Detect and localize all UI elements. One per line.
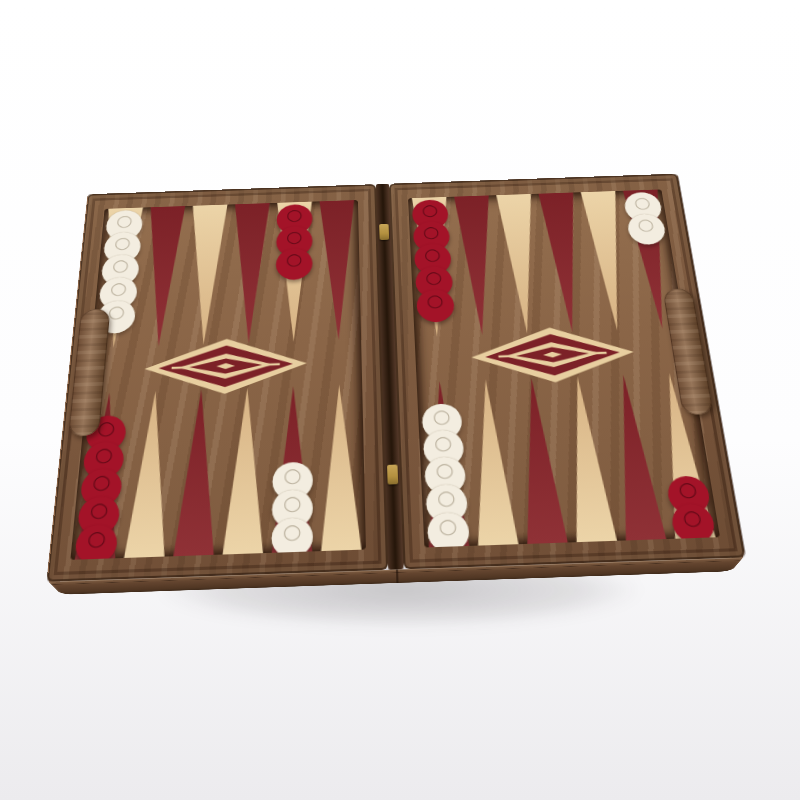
- point-4[interactable]: [508, 377, 572, 544]
- point-17[interactable]: ●○●○●○: [271, 201, 316, 342]
- board-right-half: ●○●○●○●○●○ ●○●○: [389, 174, 745, 570]
- checker-red[interactable]: ●○: [80, 442, 128, 471]
- point-18[interactable]: [316, 200, 361, 341]
- checker-ring: ○: [286, 251, 303, 268]
- checker-white[interactable]: ●○: [269, 463, 315, 492]
- checker-ring: ○: [89, 500, 109, 521]
- hinge-icon: [379, 224, 389, 240]
- backgammon-case: ●○●○●○●○●○ ●○●○●○: [46, 174, 745, 582]
- checker-stack-17: ●○●○●○: [271, 201, 316, 342]
- checker-stack-5: [463, 379, 523, 546]
- checker-stack-4: [508, 377, 572, 544]
- point-7[interactable]: [316, 384, 366, 551]
- checker-stack-15: [181, 204, 231, 345]
- point-triangle: [267, 385, 316, 553]
- checker-stack-12: ●○●○●○●○●○: [70, 392, 132, 560]
- scene-tilt: ●○●○●○●○●○ ●○●○●○: [0, 0, 800, 800]
- checker-ring: ○: [86, 528, 107, 549]
- point-12[interactable]: ●○●○●○●○●○: [70, 392, 132, 560]
- point-triangle: [554, 375, 621, 542]
- checker-red[interactable]: ●○: [667, 504, 718, 534]
- point-triangle: [417, 380, 474, 547]
- point-triangle: [316, 384, 366, 551]
- board-top: ●○●○●○●○●○ ●○●○●○: [46, 174, 745, 582]
- checker-red[interactable]: ●○: [75, 497, 124, 527]
- left-bottom-points: ●○●○●○●○●○ ●○●○●○: [70, 384, 366, 560]
- point-triangle: [120, 390, 179, 558]
- checker-ring: ○: [97, 418, 117, 437]
- checker-red[interactable]: ●○: [273, 249, 315, 273]
- left-field: ●○●○●○●○●○ ●○●○●○: [70, 200, 366, 560]
- checker-white[interactable]: ●○: [420, 430, 467, 458]
- point-10[interactable]: [169, 389, 224, 557]
- checker-red[interactable]: ●○: [77, 469, 125, 498]
- checker-stack-7: [316, 384, 366, 551]
- right-top-points: ●○●○●○●○●○ ●○●○: [408, 189, 685, 337]
- checker-ring: ○: [283, 493, 302, 514]
- point-3[interactable]: [554, 375, 621, 542]
- checker-ring: ○: [283, 465, 301, 485]
- checker-red[interactable]: ●○: [413, 290, 457, 315]
- checker-stack-2: [600, 374, 670, 541]
- checker-stack-9: [218, 387, 270, 555]
- right-bottom-points: ●○●○●○●○●○ ●○●○: [417, 372, 720, 547]
- checker-ring: ○: [438, 516, 458, 537]
- checker-ring: ○: [432, 407, 451, 426]
- checker-white[interactable]: ●○: [423, 485, 471, 515]
- point-9[interactable]: [218, 387, 270, 555]
- checker-white[interactable]: ●○: [624, 214, 669, 238]
- point-8[interactable]: ●○●○●○: [267, 385, 316, 553]
- point-1[interactable]: ●○●○: [646, 372, 720, 539]
- point-6[interactable]: ●○●○●○●○●○: [417, 380, 474, 547]
- point-triangle: [646, 372, 720, 539]
- point-triangle: [169, 389, 224, 557]
- case-half-seam: [396, 570, 399, 584]
- checker-ring: ○: [92, 472, 112, 492]
- checker-stack-18: [316, 200, 361, 341]
- point-2[interactable]: [600, 374, 670, 541]
- checker-white[interactable]: ●○: [268, 518, 315, 549]
- right-field: ●○●○●○●○●○ ●○●○: [408, 189, 720, 547]
- checker-ring: ○: [435, 460, 454, 480]
- checker-stack-6: ●○●○●○●○●○: [417, 380, 474, 547]
- checker-red[interactable]: ●○: [72, 525, 121, 556]
- diamond-inlay-motif: [466, 322, 640, 388]
- checker-ring: ○: [677, 479, 699, 500]
- point-triangle: [70, 392, 132, 560]
- checker-white[interactable]: ●○: [269, 490, 316, 520]
- checker-stack-10: [169, 389, 224, 557]
- diamond-inlay-motif: [139, 333, 309, 400]
- checker-ring: ○: [436, 487, 456, 508]
- point-15[interactable]: [181, 204, 231, 345]
- board-left-half: ●○●○●○●○●○ ●○●○●○: [46, 184, 388, 582]
- checker-red[interactable]: ●○: [663, 476, 714, 506]
- wooden-block-right: [663, 288, 714, 415]
- checker-ring: ○: [434, 433, 453, 453]
- checker-white[interactable]: ●○: [421, 457, 468, 486]
- checker-stack-1: ●○●○: [646, 372, 720, 539]
- point-5[interactable]: [463, 379, 523, 546]
- checker-white[interactable]: ●○: [424, 513, 473, 543]
- checker-stack-8: ●○●○●○: [267, 385, 316, 553]
- checker-ring: ○: [636, 216, 655, 232]
- checker-ring: ○: [283, 521, 302, 542]
- point-triangle: [218, 387, 270, 555]
- checker-ring: ○: [681, 507, 703, 528]
- checker-ring: ○: [426, 292, 444, 309]
- point-triangle: [508, 377, 572, 544]
- hinge-icon: [387, 464, 398, 484]
- checker-white[interactable]: ●○: [419, 404, 465, 432]
- checker-red[interactable]: ●○: [83, 416, 130, 444]
- checker-stack-16: [226, 203, 273, 344]
- point-triangle: [463, 379, 523, 546]
- point-16[interactable]: [226, 203, 273, 344]
- checker-stack-3: [554, 375, 621, 542]
- checker-ring: ○: [107, 303, 125, 321]
- checker-stack-11: [120, 390, 179, 558]
- board-position-wrapper: ●○●○●○●○●○ ●○●○●○: [61, 134, 716, 586]
- point-triangle: [600, 374, 670, 541]
- wooden-block-left: [68, 309, 110, 437]
- photo-backdrop: ●○●○●○●○●○ ●○●○●○: [0, 0, 800, 800]
- point-11[interactable]: [120, 390, 179, 558]
- checker-ring: ○: [94, 445, 114, 465]
- left-top-points: ●○●○●○●○●○ ●○●○●○: [91, 200, 361, 349]
